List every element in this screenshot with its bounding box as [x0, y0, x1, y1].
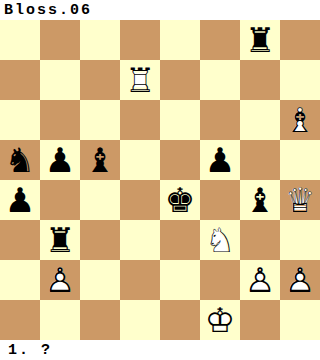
square-b1[interactable] [40, 300, 80, 340]
white-rook[interactable]: ♜♖ [120, 60, 160, 100]
square-h2[interactable]: ♟♙ [280, 260, 320, 300]
black-pawn[interactable]: ♟ [200, 140, 240, 180]
square-f4[interactable] [200, 180, 240, 220]
square-c4[interactable] [80, 180, 120, 220]
square-h4[interactable]: ♛♕ [280, 180, 320, 220]
square-c8[interactable] [80, 20, 120, 60]
square-a1[interactable] [0, 300, 40, 340]
square-g8[interactable]: ♜ [240, 20, 280, 60]
square-a4[interactable]: ♟ [0, 180, 40, 220]
square-e3[interactable] [160, 220, 200, 260]
square-c2[interactable] [80, 260, 120, 300]
square-b7[interactable] [40, 60, 80, 100]
square-f2[interactable] [200, 260, 240, 300]
square-g4[interactable]: ♝ [240, 180, 280, 220]
white-queen[interactable]: ♛♕ [280, 180, 320, 220]
square-d4[interactable] [120, 180, 160, 220]
square-a2[interactable] [0, 260, 40, 300]
square-a7[interactable] [0, 60, 40, 100]
white-king[interactable]: ♚♔ [200, 300, 240, 340]
black-pawn[interactable]: ♟ [40, 140, 80, 180]
square-c6[interactable] [80, 100, 120, 140]
white-knight[interactable]: ♞♘ [200, 220, 240, 260]
square-f3[interactable]: ♞♘ [200, 220, 240, 260]
black-rook[interactable]: ♜ [240, 20, 280, 60]
square-a5[interactable]: ♞ [0, 140, 40, 180]
square-h8[interactable] [280, 20, 320, 60]
square-f8[interactable] [200, 20, 240, 60]
square-f6[interactable] [200, 100, 240, 140]
square-b3[interactable]: ♜ [40, 220, 80, 260]
square-c3[interactable] [80, 220, 120, 260]
square-d1[interactable] [120, 300, 160, 340]
black-pawn[interactable]: ♟ [0, 180, 40, 220]
square-f7[interactable] [200, 60, 240, 100]
square-e6[interactable] [160, 100, 200, 140]
black-king[interactable]: ♚ [160, 180, 200, 220]
square-a3[interactable] [0, 220, 40, 260]
square-c1[interactable] [80, 300, 120, 340]
square-b5[interactable]: ♟ [40, 140, 80, 180]
square-d2[interactable] [120, 260, 160, 300]
square-b6[interactable] [40, 100, 80, 140]
square-f5[interactable]: ♟ [200, 140, 240, 180]
square-d5[interactable] [120, 140, 160, 180]
black-bishop[interactable]: ♝ [80, 140, 120, 180]
title-bar: Bloss.06 [0, 0, 320, 20]
white-pawn[interactable]: ♟♙ [40, 260, 80, 300]
square-g2[interactable]: ♟♙ [240, 260, 280, 300]
square-g3[interactable] [240, 220, 280, 260]
square-e1[interactable] [160, 300, 200, 340]
square-a6[interactable] [0, 100, 40, 140]
square-d8[interactable] [120, 20, 160, 60]
white-pawn[interactable]: ♟♙ [280, 260, 320, 300]
square-c7[interactable] [80, 60, 120, 100]
square-d7[interactable]: ♜♖ [120, 60, 160, 100]
square-h1[interactable] [280, 300, 320, 340]
move-bar: 1. ? [0, 340, 320, 360]
square-c5[interactable]: ♝ [80, 140, 120, 180]
square-g1[interactable] [240, 300, 280, 340]
square-e5[interactable] [160, 140, 200, 180]
square-e4[interactable]: ♚ [160, 180, 200, 220]
square-e7[interactable] [160, 60, 200, 100]
square-f1[interactable]: ♚♔ [200, 300, 240, 340]
white-bishop[interactable]: ♝♗ [280, 100, 320, 140]
square-g7[interactable] [240, 60, 280, 100]
chess-board: ♜♜♖♝♗♞♟♝♟♟♚♝♛♕♜♞♘♟♙♟♙♟♙♚♔ [0, 20, 320, 340]
square-h3[interactable] [280, 220, 320, 260]
square-g6[interactable] [240, 100, 280, 140]
square-b4[interactable] [40, 180, 80, 220]
square-h6[interactable]: ♝♗ [280, 100, 320, 140]
square-d3[interactable] [120, 220, 160, 260]
square-g5[interactable] [240, 140, 280, 180]
black-knight[interactable]: ♞ [0, 140, 40, 180]
square-e8[interactable] [160, 20, 200, 60]
move-prompt: 1. ? [0, 342, 52, 359]
square-b2[interactable]: ♟♙ [40, 260, 80, 300]
square-e2[interactable] [160, 260, 200, 300]
square-h5[interactable] [280, 140, 320, 180]
white-pawn[interactable]: ♟♙ [240, 260, 280, 300]
black-rook[interactable]: ♜ [40, 220, 80, 260]
square-a8[interactable] [0, 20, 40, 60]
square-h7[interactable] [280, 60, 320, 100]
black-bishop[interactable]: ♝ [240, 180, 280, 220]
square-b8[interactable] [40, 20, 80, 60]
square-d6[interactable] [120, 100, 160, 140]
puzzle-title: Bloss.06 [0, 2, 92, 19]
